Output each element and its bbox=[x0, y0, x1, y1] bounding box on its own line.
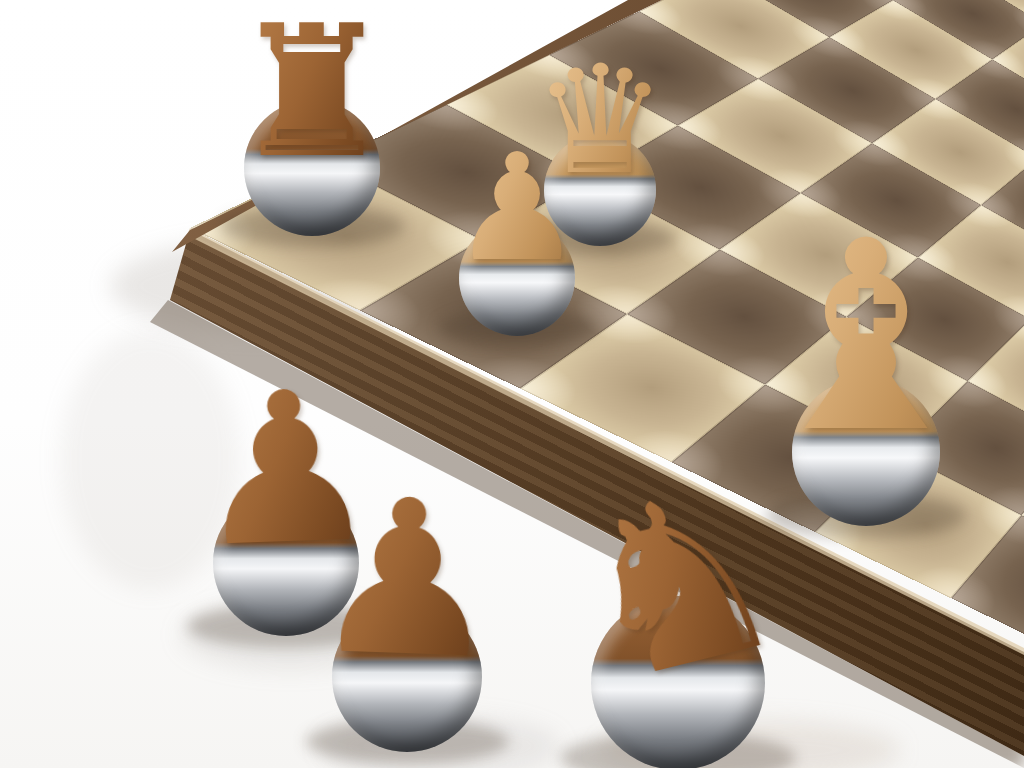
white-pawn-glyph: ♟ bbox=[451, 146, 584, 272]
black-rook-glyph: ♜ bbox=[230, 15, 393, 170]
white-bishop-e1[interactable]: ♝ bbox=[782, 190, 950, 526]
black-pawn-glyph: ♟ bbox=[308, 485, 506, 673]
black-rook-h1[interactable]: ♜ bbox=[226, 0, 398, 236]
black-knight-table[interactable]: ♞ bbox=[574, 470, 782, 768]
white-pawn-g2[interactable]: ♟ bbox=[447, 136, 587, 336]
black-pawn-table-2[interactable]: ♟ bbox=[332, 456, 482, 752]
pieces-layer: ♜♛♟♝♟♟♞ bbox=[0, 0, 1024, 768]
white-bishop-glyph: ♝ bbox=[749, 227, 984, 450]
studio-background: ♜♛♟♝♟♟♞ bbox=[0, 0, 1024, 768]
